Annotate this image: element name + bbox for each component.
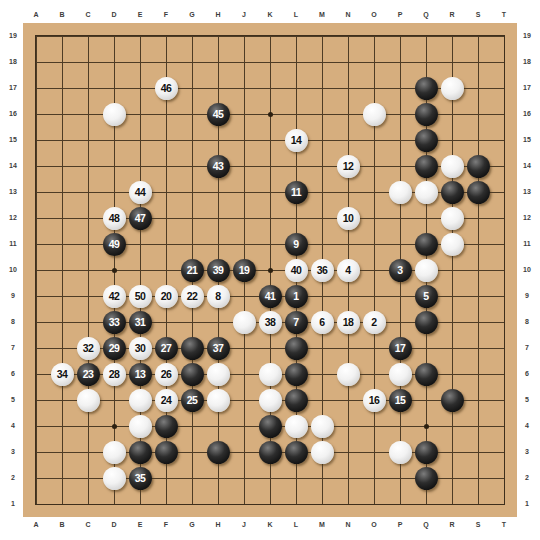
intersection-J10[interactable]: 19 [231, 257, 257, 283]
intersection-Q17[interactable] [413, 75, 439, 101]
intersection-O17[interactable] [361, 75, 387, 101]
intersection-S6[interactable] [465, 361, 491, 387]
intersection-A14[interactable] [23, 153, 49, 179]
intersection-L6[interactable] [283, 361, 309, 387]
intersection-S19[interactable] [465, 23, 491, 49]
intersection-B14[interactable] [49, 153, 75, 179]
intersection-R6[interactable] [439, 361, 465, 387]
intersection-Q14[interactable] [413, 153, 439, 179]
intersection-K1[interactable] [257, 491, 283, 517]
intersection-C12[interactable] [75, 205, 101, 231]
intersection-A9[interactable] [23, 283, 49, 309]
intersection-D4[interactable] [101, 413, 127, 439]
intersection-G7[interactable] [179, 335, 205, 361]
intersection-B2[interactable] [49, 465, 75, 491]
intersection-P4[interactable] [387, 413, 413, 439]
intersection-G19[interactable] [179, 23, 205, 49]
intersection-T6[interactable] [491, 361, 517, 387]
intersection-Q10[interactable] [413, 257, 439, 283]
intersection-R17[interactable] [439, 75, 465, 101]
intersection-B8[interactable] [49, 309, 75, 335]
intersection-D7[interactable]: 29 [101, 335, 127, 361]
intersection-Q1[interactable] [413, 491, 439, 517]
intersection-G13[interactable] [179, 179, 205, 205]
intersection-F11[interactable] [153, 231, 179, 257]
intersection-C17[interactable] [75, 75, 101, 101]
intersection-O14[interactable] [361, 153, 387, 179]
intersection-C5[interactable] [75, 387, 101, 413]
intersection-Q5[interactable] [413, 387, 439, 413]
intersection-F7[interactable]: 27 [153, 335, 179, 361]
intersection-M16[interactable] [309, 101, 335, 127]
intersection-A6[interactable] [23, 361, 49, 387]
intersection-B12[interactable] [49, 205, 75, 231]
intersection-G3[interactable] [179, 439, 205, 465]
intersection-R15[interactable] [439, 127, 465, 153]
intersection-A4[interactable] [23, 413, 49, 439]
intersection-E5[interactable] [127, 387, 153, 413]
intersection-L12[interactable] [283, 205, 309, 231]
intersection-B13[interactable] [49, 179, 75, 205]
intersection-L7[interactable] [283, 335, 309, 361]
intersection-F14[interactable] [153, 153, 179, 179]
intersection-C14[interactable] [75, 153, 101, 179]
intersection-L19[interactable] [283, 23, 309, 49]
intersection-A18[interactable] [23, 49, 49, 75]
intersection-C2[interactable] [75, 465, 101, 491]
intersection-F10[interactable] [153, 257, 179, 283]
intersection-S12[interactable] [465, 205, 491, 231]
intersection-N17[interactable] [335, 75, 361, 101]
intersection-O5[interactable]: 16 [361, 387, 387, 413]
intersection-T7[interactable] [491, 335, 517, 361]
intersection-G10[interactable]: 21 [179, 257, 205, 283]
intersection-D8[interactable]: 33 [101, 309, 127, 335]
intersection-P7[interactable]: 17 [387, 335, 413, 361]
intersection-D11[interactable]: 49 [101, 231, 127, 257]
intersection-B18[interactable] [49, 49, 75, 75]
intersection-T13[interactable] [491, 179, 517, 205]
intersection-M4[interactable] [309, 413, 335, 439]
intersection-K10[interactable] [257, 257, 283, 283]
intersection-C18[interactable] [75, 49, 101, 75]
intersection-A10[interactable] [23, 257, 49, 283]
intersection-O1[interactable] [361, 491, 387, 517]
intersection-M3[interactable] [309, 439, 335, 465]
intersection-N19[interactable] [335, 23, 361, 49]
intersection-D15[interactable] [101, 127, 127, 153]
intersection-P6[interactable] [387, 361, 413, 387]
intersection-S5[interactable] [465, 387, 491, 413]
intersection-B5[interactable] [49, 387, 75, 413]
intersection-N1[interactable] [335, 491, 361, 517]
intersection-O15[interactable] [361, 127, 387, 153]
intersection-E15[interactable] [127, 127, 153, 153]
intersection-K6[interactable] [257, 361, 283, 387]
intersection-A8[interactable] [23, 309, 49, 335]
intersection-S16[interactable] [465, 101, 491, 127]
intersection-H5[interactable] [205, 387, 231, 413]
intersection-N14[interactable]: 12 [335, 153, 361, 179]
intersection-K15[interactable] [257, 127, 283, 153]
intersection-B10[interactable] [49, 257, 75, 283]
intersection-M11[interactable] [309, 231, 335, 257]
intersection-G4[interactable] [179, 413, 205, 439]
intersection-T4[interactable] [491, 413, 517, 439]
intersection-F19[interactable] [153, 23, 179, 49]
intersection-O3[interactable] [361, 439, 387, 465]
intersection-K13[interactable] [257, 179, 283, 205]
intersection-G12[interactable] [179, 205, 205, 231]
intersection-Q3[interactable] [413, 439, 439, 465]
intersection-C6[interactable]: 23 [75, 361, 101, 387]
intersection-R9[interactable] [439, 283, 465, 309]
intersection-P5[interactable]: 15 [387, 387, 413, 413]
intersection-H2[interactable] [205, 465, 231, 491]
intersection-J1[interactable] [231, 491, 257, 517]
intersection-E7[interactable]: 30 [127, 335, 153, 361]
intersection-O8[interactable]: 2 [361, 309, 387, 335]
intersection-E12[interactable]: 47 [127, 205, 153, 231]
intersection-Q7[interactable] [413, 335, 439, 361]
intersection-B19[interactable] [49, 23, 75, 49]
intersection-S7[interactable] [465, 335, 491, 361]
intersection-E16[interactable] [127, 101, 153, 127]
intersection-D17[interactable] [101, 75, 127, 101]
intersection-G16[interactable] [179, 101, 205, 127]
intersection-S8[interactable] [465, 309, 491, 335]
intersection-T8[interactable] [491, 309, 517, 335]
intersection-R14[interactable] [439, 153, 465, 179]
intersection-R11[interactable] [439, 231, 465, 257]
intersection-J6[interactable] [231, 361, 257, 387]
intersection-H4[interactable] [205, 413, 231, 439]
intersection-C8[interactable] [75, 309, 101, 335]
intersection-H13[interactable] [205, 179, 231, 205]
intersection-A15[interactable] [23, 127, 49, 153]
intersection-F5[interactable]: 24 [153, 387, 179, 413]
intersection-F18[interactable] [153, 49, 179, 75]
intersection-F1[interactable] [153, 491, 179, 517]
intersection-J7[interactable] [231, 335, 257, 361]
intersection-Q18[interactable] [413, 49, 439, 75]
intersection-N15[interactable] [335, 127, 361, 153]
intersection-H11[interactable] [205, 231, 231, 257]
intersection-O18[interactable] [361, 49, 387, 75]
intersection-M14[interactable] [309, 153, 335, 179]
intersection-B1[interactable] [49, 491, 75, 517]
intersection-J17[interactable] [231, 75, 257, 101]
intersection-J3[interactable] [231, 439, 257, 465]
intersection-R2[interactable] [439, 465, 465, 491]
intersection-K11[interactable] [257, 231, 283, 257]
intersection-M17[interactable] [309, 75, 335, 101]
intersection-L4[interactable] [283, 413, 309, 439]
intersection-L1[interactable] [283, 491, 309, 517]
intersection-G2[interactable] [179, 465, 205, 491]
intersection-L11[interactable]: 9 [283, 231, 309, 257]
intersection-S2[interactable] [465, 465, 491, 491]
intersection-J11[interactable] [231, 231, 257, 257]
intersection-C15[interactable] [75, 127, 101, 153]
intersection-T1[interactable] [491, 491, 517, 517]
intersection-P15[interactable] [387, 127, 413, 153]
intersection-F4[interactable] [153, 413, 179, 439]
intersection-B6[interactable]: 34 [49, 361, 75, 387]
intersection-G5[interactable]: 25 [179, 387, 205, 413]
intersection-E11[interactable] [127, 231, 153, 257]
intersection-C19[interactable] [75, 23, 101, 49]
intersection-Q13[interactable] [413, 179, 439, 205]
intersection-K3[interactable] [257, 439, 283, 465]
intersection-O13[interactable] [361, 179, 387, 205]
intersection-N8[interactable]: 18 [335, 309, 361, 335]
intersection-P8[interactable] [387, 309, 413, 335]
intersection-N10[interactable]: 4 [335, 257, 361, 283]
intersection-C7[interactable]: 32 [75, 335, 101, 361]
intersection-H12[interactable] [205, 205, 231, 231]
intersection-K16[interactable] [257, 101, 283, 127]
intersection-Q4[interactable] [413, 413, 439, 439]
intersection-M6[interactable] [309, 361, 335, 387]
intersection-T3[interactable] [491, 439, 517, 465]
intersection-N18[interactable] [335, 49, 361, 75]
intersection-E1[interactable] [127, 491, 153, 517]
intersection-E19[interactable] [127, 23, 153, 49]
intersection-C13[interactable] [75, 179, 101, 205]
intersection-C1[interactable] [75, 491, 101, 517]
intersection-H18[interactable] [205, 49, 231, 75]
intersection-H14[interactable]: 43 [205, 153, 231, 179]
intersection-T14[interactable] [491, 153, 517, 179]
intersection-R4[interactable] [439, 413, 465, 439]
intersection-H6[interactable] [205, 361, 231, 387]
intersection-S18[interactable] [465, 49, 491, 75]
intersection-Q19[interactable] [413, 23, 439, 49]
intersection-F13[interactable] [153, 179, 179, 205]
intersection-F8[interactable] [153, 309, 179, 335]
go-board[interactable]: 4645144312441148471049921391940364342502… [23, 23, 517, 517]
intersection-K9[interactable]: 41 [257, 283, 283, 309]
intersection-F17[interactable]: 46 [153, 75, 179, 101]
intersection-J2[interactable] [231, 465, 257, 491]
intersection-D16[interactable] [101, 101, 127, 127]
intersection-M7[interactable] [309, 335, 335, 361]
intersection-C4[interactable] [75, 413, 101, 439]
intersection-N4[interactable] [335, 413, 361, 439]
intersection-C10[interactable] [75, 257, 101, 283]
intersection-B3[interactable] [49, 439, 75, 465]
intersection-S11[interactable] [465, 231, 491, 257]
intersection-E6[interactable]: 13 [127, 361, 153, 387]
intersection-E8[interactable]: 31 [127, 309, 153, 335]
intersection-J19[interactable] [231, 23, 257, 49]
intersection-A2[interactable] [23, 465, 49, 491]
intersection-J16[interactable] [231, 101, 257, 127]
intersection-J13[interactable] [231, 179, 257, 205]
intersection-D3[interactable] [101, 439, 127, 465]
intersection-Q12[interactable] [413, 205, 439, 231]
intersection-G11[interactable] [179, 231, 205, 257]
intersection-L18[interactable] [283, 49, 309, 75]
intersection-D5[interactable] [101, 387, 127, 413]
intersection-H8[interactable] [205, 309, 231, 335]
intersection-T17[interactable] [491, 75, 517, 101]
intersection-G15[interactable] [179, 127, 205, 153]
intersection-G8[interactable] [179, 309, 205, 335]
intersection-E18[interactable] [127, 49, 153, 75]
intersection-E14[interactable] [127, 153, 153, 179]
intersection-K5[interactable] [257, 387, 283, 413]
intersection-J8[interactable] [231, 309, 257, 335]
intersection-P18[interactable] [387, 49, 413, 75]
intersection-M2[interactable] [309, 465, 335, 491]
intersection-N13[interactable] [335, 179, 361, 205]
intersection-E10[interactable] [127, 257, 153, 283]
intersection-P11[interactable] [387, 231, 413, 257]
intersection-A1[interactable] [23, 491, 49, 517]
intersection-B15[interactable] [49, 127, 75, 153]
intersection-S3[interactable] [465, 439, 491, 465]
intersection-R16[interactable] [439, 101, 465, 127]
intersection-R18[interactable] [439, 49, 465, 75]
intersection-P19[interactable] [387, 23, 413, 49]
intersection-O10[interactable] [361, 257, 387, 283]
intersection-T5[interactable] [491, 387, 517, 413]
intersection-T11[interactable] [491, 231, 517, 257]
intersection-H10[interactable]: 39 [205, 257, 231, 283]
intersection-D10[interactable] [101, 257, 127, 283]
intersection-N6[interactable] [335, 361, 361, 387]
intersection-M1[interactable] [309, 491, 335, 517]
intersection-E3[interactable] [127, 439, 153, 465]
intersection-N5[interactable] [335, 387, 361, 413]
intersection-L5[interactable] [283, 387, 309, 413]
intersection-G9[interactable]: 22 [179, 283, 205, 309]
intersection-G6[interactable] [179, 361, 205, 387]
intersection-Q9[interactable]: 5 [413, 283, 439, 309]
intersection-N2[interactable] [335, 465, 361, 491]
intersection-B9[interactable] [49, 283, 75, 309]
intersection-O12[interactable] [361, 205, 387, 231]
intersection-R3[interactable] [439, 439, 465, 465]
intersection-N11[interactable] [335, 231, 361, 257]
intersection-G14[interactable] [179, 153, 205, 179]
intersection-D12[interactable]: 48 [101, 205, 127, 231]
intersection-L10[interactable]: 40 [283, 257, 309, 283]
intersection-P9[interactable] [387, 283, 413, 309]
intersection-G18[interactable] [179, 49, 205, 75]
intersection-A17[interactable] [23, 75, 49, 101]
intersection-P17[interactable] [387, 75, 413, 101]
intersection-C16[interactable] [75, 101, 101, 127]
intersection-J12[interactable] [231, 205, 257, 231]
intersection-O19[interactable] [361, 23, 387, 49]
intersection-P1[interactable] [387, 491, 413, 517]
intersection-K4[interactable] [257, 413, 283, 439]
intersection-J15[interactable] [231, 127, 257, 153]
intersection-A3[interactable] [23, 439, 49, 465]
intersection-A5[interactable] [23, 387, 49, 413]
intersection-H15[interactable] [205, 127, 231, 153]
intersection-A7[interactable] [23, 335, 49, 361]
intersection-D9[interactable]: 42 [101, 283, 127, 309]
intersection-O4[interactable] [361, 413, 387, 439]
intersection-J14[interactable] [231, 153, 257, 179]
intersection-R1[interactable] [439, 491, 465, 517]
intersection-M8[interactable]: 6 [309, 309, 335, 335]
intersection-T2[interactable] [491, 465, 517, 491]
intersection-P3[interactable] [387, 439, 413, 465]
intersection-T12[interactable] [491, 205, 517, 231]
intersection-P12[interactable] [387, 205, 413, 231]
intersection-P14[interactable] [387, 153, 413, 179]
intersection-D13[interactable] [101, 179, 127, 205]
intersection-H3[interactable] [205, 439, 231, 465]
intersection-H17[interactable] [205, 75, 231, 101]
intersection-M18[interactable] [309, 49, 335, 75]
intersection-M10[interactable]: 36 [309, 257, 335, 283]
intersection-L13[interactable]: 11 [283, 179, 309, 205]
intersection-E2[interactable]: 35 [127, 465, 153, 491]
intersection-C11[interactable] [75, 231, 101, 257]
intersection-L8[interactable]: 7 [283, 309, 309, 335]
intersection-M13[interactable] [309, 179, 335, 205]
intersection-G17[interactable] [179, 75, 205, 101]
intersection-R12[interactable] [439, 205, 465, 231]
intersection-L15[interactable]: 14 [283, 127, 309, 153]
intersection-M9[interactable] [309, 283, 335, 309]
intersection-J5[interactable] [231, 387, 257, 413]
intersection-D1[interactable] [101, 491, 127, 517]
intersection-F3[interactable] [153, 439, 179, 465]
intersection-T15[interactable] [491, 127, 517, 153]
intersection-S9[interactable] [465, 283, 491, 309]
intersection-J9[interactable] [231, 283, 257, 309]
intersection-T9[interactable] [491, 283, 517, 309]
intersection-S1[interactable] [465, 491, 491, 517]
intersection-E13[interactable]: 44 [127, 179, 153, 205]
intersection-D14[interactable] [101, 153, 127, 179]
intersection-R19[interactable] [439, 23, 465, 49]
intersection-A13[interactable] [23, 179, 49, 205]
intersection-E17[interactable] [127, 75, 153, 101]
intersection-T10[interactable] [491, 257, 517, 283]
intersection-O11[interactable] [361, 231, 387, 257]
intersection-N12[interactable]: 10 [335, 205, 361, 231]
intersection-L14[interactable] [283, 153, 309, 179]
intersection-N7[interactable] [335, 335, 361, 361]
intersection-M5[interactable] [309, 387, 335, 413]
intersection-N3[interactable] [335, 439, 361, 465]
intersection-A12[interactable] [23, 205, 49, 231]
intersection-B4[interactable] [49, 413, 75, 439]
intersection-L16[interactable] [283, 101, 309, 127]
intersection-P16[interactable] [387, 101, 413, 127]
intersection-H16[interactable]: 45 [205, 101, 231, 127]
intersection-B7[interactable] [49, 335, 75, 361]
intersection-L9[interactable]: 1 [283, 283, 309, 309]
intersection-T16[interactable] [491, 101, 517, 127]
intersection-Q8[interactable] [413, 309, 439, 335]
intersection-L2[interactable] [283, 465, 309, 491]
intersection-S10[interactable] [465, 257, 491, 283]
intersection-K2[interactable] [257, 465, 283, 491]
intersection-M15[interactable] [309, 127, 335, 153]
intersection-H9[interactable]: 8 [205, 283, 231, 309]
intersection-B17[interactable] [49, 75, 75, 101]
intersection-O9[interactable] [361, 283, 387, 309]
